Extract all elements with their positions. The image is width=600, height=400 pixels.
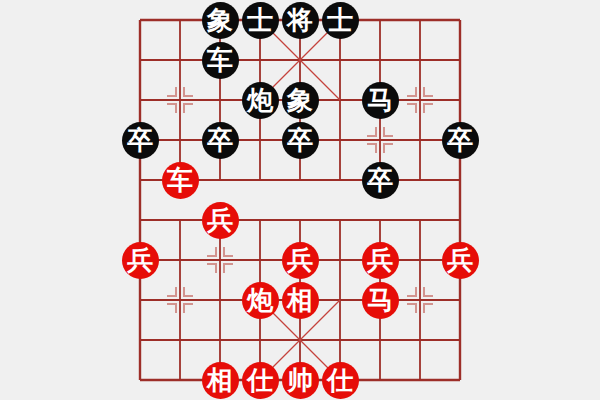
intersection-r4c6[interactable]: 卒 [360,160,400,200]
intersection-r5c3[interactable] [240,200,280,240]
intersection-r8c2[interactable] [200,320,240,360]
intersection-r3c0[interactable]: 卒 [120,120,160,160]
intersection-r6c3[interactable] [240,240,280,280]
piece-red-soldier[interactable]: 兵 [442,242,479,279]
piece-black-soldier[interactable]: 卒 [362,162,399,199]
intersection-r9c7[interactable] [400,360,440,400]
intersection-r3c6[interactable] [360,120,400,160]
intersection-r9c3[interactable]: 仕 [240,360,280,400]
intersection-r3c8[interactable]: 卒 [440,120,480,160]
intersection-r7c0[interactable] [120,280,160,320]
intersection-r7c1[interactable] [160,280,200,320]
piece-red-soldier[interactable]: 兵 [362,242,399,279]
intersection-r2c3[interactable]: 炮 [240,80,280,120]
intersection-r9c4[interactable]: 帅 [280,360,320,400]
intersection-r1c6[interactable] [360,40,400,80]
piece-black-soldier[interactable]: 卒 [202,122,239,159]
intersection-r9c1[interactable] [160,360,200,400]
piece-black-elephant[interactable]: 象 [282,82,319,119]
intersection-r4c4[interactable] [280,160,320,200]
xiangqi-grid: 象士将士车炮象马卒卒卒卒车卒兵兵兵兵兵炮相马相仕帅仕 [120,0,480,400]
intersection-r8c4[interactable] [280,320,320,360]
intersection-r3c7[interactable] [400,120,440,160]
intersection-r2c2[interactable] [200,80,240,120]
intersection-r6c2[interactable] [200,240,240,280]
intersection-r6c5[interactable] [320,240,360,280]
intersection-r5c5[interactable] [320,200,360,240]
piece-red-general[interactable]: 帅 [282,362,319,399]
intersection-r8c6[interactable] [360,320,400,360]
intersection-r9c6[interactable] [360,360,400,400]
intersection-r5c1[interactable] [160,200,200,240]
piece-black-advisor[interactable]: 士 [242,2,279,39]
intersection-r1c5[interactable] [320,40,360,80]
intersection-r4c5[interactable] [320,160,360,200]
intersection-r2c0[interactable] [120,80,160,120]
intersection-r2c6[interactable]: 马 [360,80,400,120]
intersection-r5c7[interactable] [400,200,440,240]
intersection-r5c4[interactable] [280,200,320,240]
intersection-r6c6[interactable]: 兵 [360,240,400,280]
intersection-r8c1[interactable] [160,320,200,360]
intersection-r5c2[interactable]: 兵 [200,200,240,240]
piece-black-cannon[interactable]: 炮 [242,82,279,119]
xiangqi-board-diagram: 象士将士车炮象马卒卒卒卒车卒兵兵兵兵兵炮相马相仕帅仕 [0,0,600,400]
intersection-r4c2[interactable] [200,160,240,200]
intersection-r3c3[interactable] [240,120,280,160]
intersection-r5c8[interactable] [440,200,480,240]
piece-black-elephant[interactable]: 象 [202,2,239,39]
intersection-r9c2[interactable]: 相 [200,360,240,400]
piece-black-advisor[interactable]: 士 [322,2,359,39]
piece-black-soldier[interactable]: 卒 [442,122,479,159]
intersection-r2c5[interactable] [320,80,360,120]
intersection-r7c5[interactable] [320,280,360,320]
intersection-r1c8[interactable] [440,40,480,80]
intersection-r7c2[interactable] [200,280,240,320]
intersection-r1c2[interactable]: 车 [200,40,240,80]
intersection-r0c2[interactable]: 象 [200,0,240,40]
intersection-r7c7[interactable] [400,280,440,320]
intersection-r1c4[interactable] [280,40,320,80]
intersection-r4c8[interactable] [440,160,480,200]
intersection-r4c7[interactable] [400,160,440,200]
intersection-r6c7[interactable] [400,240,440,280]
intersection-r0c1[interactable] [160,0,200,40]
intersection-r9c8[interactable] [440,360,480,400]
piece-red-horse[interactable]: 马 [362,282,399,319]
intersection-r4c3[interactable] [240,160,280,200]
intersection-r9c0[interactable] [120,360,160,400]
piece-red-elephant[interactable]: 相 [202,362,239,399]
intersection-r6c1[interactable] [160,240,200,280]
intersection-r7c4[interactable]: 相 [280,280,320,320]
intersection-r1c3[interactable] [240,40,280,80]
intersection-r8c5[interactable] [320,320,360,360]
intersection-r0c5[interactable]: 士 [320,0,360,40]
piece-red-elephant[interactable]: 相 [282,282,319,319]
intersection-r5c0[interactable] [120,200,160,240]
intersection-r8c0[interactable] [120,320,160,360]
intersection-r0c4[interactable]: 将 [280,0,320,40]
intersection-r0c8[interactable] [440,0,480,40]
piece-red-soldier[interactable]: 兵 [282,242,319,279]
intersection-r7c6[interactable]: 马 [360,280,400,320]
piece-black-soldier[interactable]: 卒 [282,122,319,159]
intersection-r2c8[interactable] [440,80,480,120]
intersection-r6c4[interactable]: 兵 [280,240,320,280]
intersection-r8c3[interactable] [240,320,280,360]
intersection-r6c0[interactable]: 兵 [120,240,160,280]
intersection-r2c4[interactable]: 象 [280,80,320,120]
intersection-r3c2[interactable]: 卒 [200,120,240,160]
piece-red-soldier[interactable]: 兵 [202,202,239,239]
piece-red-advisor[interactable]: 仕 [322,362,359,399]
intersection-r0c0[interactable] [120,0,160,40]
intersection-r0c3[interactable]: 士 [240,0,280,40]
intersection-r3c1[interactable] [160,120,200,160]
intersection-r9c5[interactable]: 仕 [320,360,360,400]
piece-black-chariot[interactable]: 车 [202,42,239,79]
intersection-r2c1[interactable] [160,80,200,120]
intersection-r8c7[interactable] [400,320,440,360]
intersection-r1c0[interactable] [120,40,160,80]
intersection-r4c1[interactable]: 车 [160,160,200,200]
intersection-r3c4[interactable]: 卒 [280,120,320,160]
piece-red-chariot[interactable]: 车 [162,162,199,199]
intersection-r7c8[interactable] [440,280,480,320]
intersection-r5c6[interactable] [360,200,400,240]
piece-red-cannon[interactable]: 炮 [242,282,279,319]
intersection-r8c8[interactable] [440,320,480,360]
piece-red-soldier[interactable]: 兵 [122,242,159,279]
piece-black-general[interactable]: 将 [282,2,319,39]
piece-black-horse[interactable]: 马 [362,82,399,119]
intersection-r1c7[interactable] [400,40,440,80]
intersection-r3c5[interactable] [320,120,360,160]
intersection-r7c3[interactable]: 炮 [240,280,280,320]
intersection-r0c6[interactable] [360,0,400,40]
intersection-r4c0[interactable] [120,160,160,200]
piece-red-advisor[interactable]: 仕 [242,362,279,399]
piece-black-soldier[interactable]: 卒 [122,122,159,159]
intersection-r1c1[interactable] [160,40,200,80]
intersection-r6c8[interactable]: 兵 [440,240,480,280]
intersection-r0c7[interactable] [400,0,440,40]
intersection-r2c7[interactable] [400,80,440,120]
